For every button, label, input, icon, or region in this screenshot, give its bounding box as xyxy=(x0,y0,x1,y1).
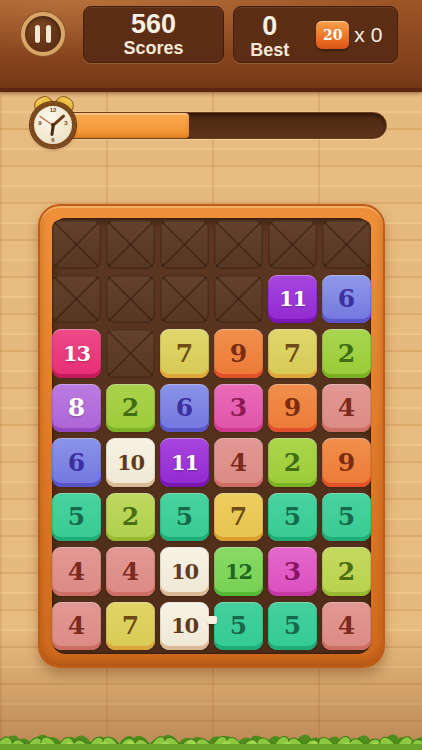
tile-5[interactable]: 5 xyxy=(160,493,209,542)
tile-2[interactable]: 2 xyxy=(106,493,155,542)
tile-5[interactable]: 5 xyxy=(214,602,263,651)
tile-5[interactable]: 5 xyxy=(268,493,317,542)
tile-10[interactable]: 10 xyxy=(160,547,209,596)
tile-4[interactable]: 4 xyxy=(322,602,371,651)
tile-5[interactable]: 5 xyxy=(268,602,317,651)
tile-3[interactable]: 3 xyxy=(268,547,317,596)
tile-2[interactable]: 2 xyxy=(268,438,317,487)
bonus-group: 20 x 0 xyxy=(306,21,397,49)
tile-4[interactable]: 4 xyxy=(322,384,371,433)
tile-8[interactable]: 8 xyxy=(52,384,101,433)
tile-10[interactable]: 10 xyxy=(106,438,155,487)
tile-5[interactable]: 5 xyxy=(322,493,371,542)
tile-5[interactable]: 5 xyxy=(52,493,101,542)
tile-7[interactable]: 7 xyxy=(160,329,209,378)
tile-4[interactable]: 4 xyxy=(214,438,263,487)
tile-6[interactable]: 6 xyxy=(160,384,209,433)
empty-cell xyxy=(52,220,101,269)
tile-2[interactable]: 2 xyxy=(106,384,155,433)
empty-cell xyxy=(106,275,155,324)
tile-9[interactable]: 9 xyxy=(214,329,263,378)
grass-border xyxy=(0,720,422,750)
best-value: 0 xyxy=(262,12,277,40)
clock-number-9: 9 xyxy=(35,120,45,126)
best-label: Best xyxy=(250,40,289,60)
bonus-count: x 0 xyxy=(354,23,382,47)
empty-cell xyxy=(214,275,263,324)
clock-number-12: 12 xyxy=(48,107,58,113)
best-column: 0 Best xyxy=(234,9,306,60)
tile-4[interactable]: 4 xyxy=(52,547,101,596)
empty-cell xyxy=(322,220,371,269)
empty-cell xyxy=(52,275,101,324)
clock-face: 12 3 6 9 xyxy=(30,102,76,148)
merge-indicator-dash xyxy=(207,616,217,624)
tile-6[interactable]: 6 xyxy=(322,275,371,324)
clock-number-6: 6 xyxy=(48,137,58,143)
empty-cell xyxy=(106,329,155,378)
empty-cell xyxy=(214,220,263,269)
tile-9[interactable]: 9 xyxy=(322,438,371,487)
bonus-tile: 20 xyxy=(316,21,349,49)
tile-2[interactable]: 2 xyxy=(322,329,371,378)
header-bar: 560 Scores 0 Best 20 x 0 xyxy=(0,0,422,92)
tile-4[interactable]: 4 xyxy=(52,602,101,651)
empty-cell xyxy=(160,275,209,324)
alarm-clock-icon: 12 3 6 9 xyxy=(26,96,82,152)
clock-center-dot xyxy=(51,123,55,127)
score-value: 560 xyxy=(84,10,223,38)
tile-11[interactable]: 11 xyxy=(160,438,209,487)
tile-6[interactable]: 6 xyxy=(52,438,101,487)
tile-9[interactable]: 9 xyxy=(268,384,317,433)
tile-3[interactable]: 3 xyxy=(214,384,263,433)
score-label: Scores xyxy=(84,38,223,58)
pause-button[interactable] xyxy=(21,12,65,56)
empty-cell xyxy=(268,220,317,269)
clock-number-3: 3 xyxy=(61,120,71,126)
tile-10[interactable]: 10 xyxy=(160,602,209,651)
tile-7[interactable]: 7 xyxy=(106,602,155,651)
grass-base xyxy=(0,744,422,750)
score-panel: 560 Scores xyxy=(83,6,224,63)
tile-11[interactable]: 11 xyxy=(268,275,317,324)
empty-cell xyxy=(160,220,209,269)
board-grid: 1161379728263946101142952575544101232471… xyxy=(52,220,371,650)
pause-icon xyxy=(46,25,51,43)
timer-track xyxy=(57,112,387,139)
pause-icon xyxy=(35,25,40,43)
empty-cell xyxy=(106,220,155,269)
tile-7[interactable]: 7 xyxy=(268,329,317,378)
tile-12[interactable]: 12 xyxy=(214,547,263,596)
tile-2[interactable]: 2 xyxy=(322,547,371,596)
tile-4[interactable]: 4 xyxy=(106,547,155,596)
tile-13[interactable]: 13 xyxy=(52,329,101,378)
tile-7[interactable]: 7 xyxy=(214,493,263,542)
best-panel: 0 Best 20 x 0 xyxy=(233,6,398,63)
